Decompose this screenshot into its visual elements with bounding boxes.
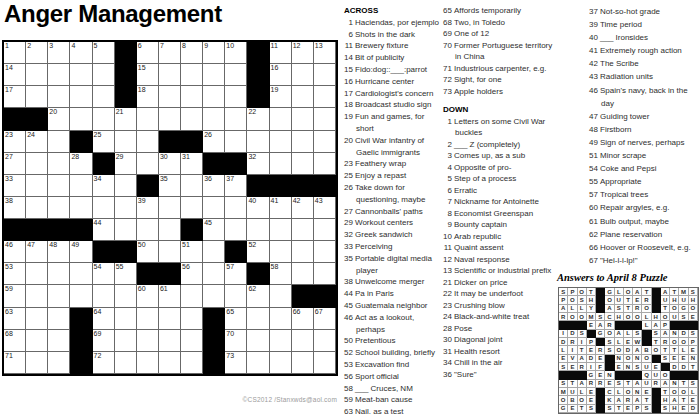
answer-cell: S (633, 363, 642, 371)
answer-cell: L (642, 313, 651, 321)
grid-cell[interactable] (48, 64, 70, 86)
answer-cell: D (689, 405, 698, 413)
answer-cell: L (642, 321, 651, 329)
answer-cell: N (670, 380, 679, 388)
grid-cell[interactable] (159, 108, 181, 130)
answer-cell: P (559, 296, 568, 304)
answer-cell: R (559, 313, 568, 321)
grid-cell[interactable] (181, 330, 203, 352)
grid-cell[interactable]: 44 (93, 219, 115, 241)
grid-cell[interactable] (137, 108, 159, 130)
grid-cell[interactable]: 24 (26, 131, 48, 153)
grid-cell[interactable] (159, 197, 181, 219)
clue-number: 22 (443, 288, 452, 300)
grid-cell[interactable] (48, 352, 70, 374)
grid-cell[interactable] (48, 285, 70, 307)
answer-cell: U (670, 313, 679, 321)
block-cell (26, 108, 48, 130)
clue-number: 12 (443, 254, 452, 266)
clue-number: 29 (344, 217, 353, 229)
block-cell (559, 321, 568, 329)
grid-cell[interactable]: 13 (314, 42, 336, 64)
grid-cell[interactable] (115, 352, 137, 374)
grid-cell[interactable] (26, 330, 48, 352)
answer-cell: O (679, 388, 688, 396)
cell-number: 24 (27, 131, 35, 139)
grid-cell[interactable] (225, 86, 247, 108)
grid-cell[interactable] (247, 352, 269, 374)
clue-item: 59Meat-ban cause (344, 394, 442, 406)
grid-cell[interactable] (70, 86, 92, 108)
grid-cell[interactable]: 20 (48, 108, 70, 130)
block-cell (292, 285, 314, 307)
grid-cell[interactable]: 26 (203, 131, 225, 153)
grid-cell[interactable] (137, 219, 159, 241)
grid-cell[interactable] (115, 308, 137, 330)
grid-cell[interactable]: 39 (137, 197, 159, 219)
clue-number: 4 (443, 162, 452, 174)
clue-number: 21 (443, 277, 452, 289)
grid-cell[interactable]: 48 (48, 241, 70, 263)
answer-cell: A (652, 321, 661, 329)
cell-number: 59 (5, 285, 13, 293)
grid-cell[interactable]: 1 (4, 42, 26, 64)
grid-cell[interactable] (70, 263, 92, 285)
clue-number: 54 (589, 162, 598, 175)
clue-number: 43 (589, 70, 598, 83)
answer-cell: S (605, 338, 614, 346)
grid-cell[interactable]: 55 (115, 263, 137, 285)
answer-cell: T (624, 296, 633, 304)
answer-cell: A (633, 380, 642, 388)
block-cell (596, 338, 605, 346)
answer-cell: E (568, 363, 577, 371)
grid-cell[interactable]: 73 (225, 352, 247, 374)
grid-cell[interactable] (270, 352, 292, 374)
block-cell (247, 263, 269, 285)
grid-cell[interactable] (159, 64, 181, 86)
grid-cell[interactable] (314, 108, 336, 130)
grid-cell[interactable]: 64 (93, 308, 115, 330)
grid-cell[interactable] (314, 330, 336, 352)
grid-cell[interactable]: 46 (4, 241, 26, 263)
clue-item: 54Coke and Pepsi (589, 162, 700, 175)
clue-number: 50 (344, 335, 353, 347)
grid-cell[interactable]: 56 (181, 263, 203, 285)
grid-cell[interactable] (270, 330, 292, 352)
cell-number: 58 (271, 263, 279, 271)
grid-cell[interactable] (314, 64, 336, 86)
answer-cell: G (596, 330, 605, 338)
grid-cell[interactable]: 14 (4, 64, 26, 86)
answer-cell: W (633, 338, 642, 346)
clue-number: 20 (344, 135, 353, 147)
grid-cell[interactable]: 43 (314, 197, 336, 219)
answer-cell: E (642, 388, 651, 396)
grid-cell[interactable] (48, 263, 70, 285)
grid-cell[interactable]: 51 (181, 241, 203, 263)
grid-cell[interactable]: 35 (159, 175, 181, 197)
grid-cell[interactable] (70, 285, 92, 307)
grid-cell[interactable] (225, 64, 247, 86)
answer-cell: O (615, 346, 624, 354)
grid-cell[interactable] (203, 64, 225, 86)
grid-cell[interactable]: 52 (247, 241, 269, 263)
grid-cell[interactable] (159, 86, 181, 108)
cell-number: 45 (204, 219, 212, 227)
grid-cell[interactable] (314, 352, 336, 374)
grid-cell[interactable] (26, 86, 48, 108)
grid-cell[interactable]: 67 (314, 308, 336, 330)
grid-cell[interactable] (203, 197, 225, 219)
grid-cell[interactable] (292, 153, 314, 175)
grid-cell[interactable]: 36 (203, 175, 225, 197)
grid-cell[interactable]: 45 (203, 219, 225, 241)
answer-cell: O (642, 305, 651, 313)
grid-cell[interactable] (203, 263, 225, 285)
grid-cell[interactable]: 72 (93, 352, 115, 374)
cell-number: 19 (271, 86, 279, 94)
answer-cell: S (578, 330, 587, 338)
grid-cell[interactable]: 17 (4, 86, 26, 108)
grid-cell[interactable]: 59 (4, 285, 26, 307)
grid-cell[interactable]: 38 (4, 197, 26, 219)
grid-cell[interactable]: 6 (137, 42, 159, 64)
clue-number: 65 (443, 5, 452, 17)
grid-cell[interactable] (181, 197, 203, 219)
across-clues-part1: 1Haciendas, por ejemplo6Shots in the dar… (344, 17, 442, 414)
grid-cell[interactable]: 31 (181, 153, 203, 175)
grid-cell[interactable] (26, 308, 48, 330)
grid-cell[interactable]: 28 (70, 153, 92, 175)
clue-number: 58 (344, 383, 353, 395)
grid-cell[interactable]: 23 (4, 131, 26, 153)
grid-cell[interactable] (159, 219, 181, 241)
grid-cell[interactable] (137, 131, 159, 153)
grid-cell[interactable]: 60 (137, 285, 159, 307)
grid-cell[interactable]: 34 (93, 175, 115, 197)
grid-cell[interactable] (270, 131, 292, 153)
grid-cell[interactable] (137, 352, 159, 374)
grid-cell[interactable]: 62 (247, 285, 269, 307)
cell-number: 30 (160, 153, 168, 161)
cell-number: 12 (293, 42, 301, 50)
grid-cell[interactable] (137, 153, 159, 175)
grid-cell[interactable] (203, 86, 225, 108)
grid-cell[interactable]: 27 (4, 153, 26, 175)
grid-cell[interactable] (93, 64, 115, 86)
grid-cell[interactable] (70, 64, 92, 86)
grid-cell[interactable]: 69 (93, 330, 115, 352)
grid-cell[interactable] (225, 131, 247, 153)
grid-cell[interactable] (159, 330, 181, 352)
grid-cell[interactable] (292, 86, 314, 108)
cell-number: 73 (226, 352, 234, 360)
grid-cell[interactable]: 71 (4, 352, 26, 374)
grid-cell[interactable] (159, 308, 181, 330)
answer-cell: R (568, 338, 577, 346)
clue-item: 24Black-and-white treat (443, 311, 553, 323)
grid-cell[interactable]: 57 (225, 263, 247, 285)
answer-cell: L (559, 346, 568, 354)
cell-number: 35 (160, 175, 168, 183)
block-cell (615, 371, 624, 379)
grid-cell[interactable]: 4 (70, 42, 92, 64)
grid-cell[interactable]: 18 (137, 86, 159, 108)
clue-item: 1Letters on some Civil War buckles (443, 116, 553, 139)
answer-cell: G (587, 371, 596, 379)
grid-cell[interactable] (48, 175, 70, 197)
grid-cell[interactable] (93, 86, 115, 108)
grid-cell[interactable] (247, 131, 269, 153)
block-cell (48, 219, 70, 241)
answer-cell: S (559, 363, 568, 371)
grid-cell[interactable] (115, 197, 137, 219)
grid-cell[interactable]: 42 (292, 197, 314, 219)
answer-cell: E (605, 380, 614, 388)
clue-number: 6 (443, 185, 452, 197)
grid-cell[interactable] (225, 285, 247, 307)
answer-cell: H (670, 296, 679, 304)
answer-cell: H (587, 296, 596, 304)
answer-cell: S (689, 330, 698, 338)
block-cell (181, 219, 203, 241)
grid-cell[interactable] (292, 352, 314, 374)
answer-cell: H (652, 313, 661, 321)
grid-cell[interactable]: 25 (93, 131, 115, 153)
clue-number: 72 (443, 74, 452, 86)
grid-cell[interactable]: 21 (115, 108, 137, 130)
cell-number: 6 (138, 42, 142, 50)
answer-cell: R (642, 296, 651, 304)
answer-cell: S (642, 405, 651, 413)
grid-cell[interactable] (181, 285, 203, 307)
grid-cell[interactable]: 10 (225, 42, 247, 64)
answer-cell: Y (587, 305, 596, 313)
clue-item: 53Excavation find (344, 359, 442, 371)
grid-cell[interactable] (270, 108, 292, 130)
answer-cell: R (578, 363, 587, 371)
grid-cell[interactable]: 70 (225, 330, 247, 352)
grid-cell[interactable] (26, 153, 48, 175)
grid-cell[interactable]: 41 (270, 197, 292, 219)
grid-cell[interactable] (203, 108, 225, 130)
clue-item: 36"Sure" (443, 369, 553, 381)
grid-cell[interactable]: 49 (70, 241, 92, 263)
grid-cell[interactable]: 47 (26, 241, 48, 263)
grid-cell[interactable] (247, 308, 269, 330)
grid-cell[interactable] (181, 86, 203, 108)
grid-cell[interactable] (203, 241, 225, 263)
grid-cell[interactable]: 33 (4, 175, 26, 197)
grid-cell[interactable] (314, 131, 336, 153)
clue-number: 39 (589, 18, 598, 31)
grid-cell[interactable] (115, 131, 137, 153)
grid-cell[interactable]: 12 (292, 42, 314, 64)
clue-item: 44Pa in Paris (344, 288, 442, 300)
answer-cell: T (568, 380, 577, 388)
grid-cell[interactable] (181, 352, 203, 374)
clue-item: 38Unwelcome merger (344, 276, 442, 288)
grid-cell[interactable]: 5 (93, 42, 115, 64)
grid-cell[interactable] (115, 219, 137, 241)
answer-cell: T (587, 288, 596, 296)
grid-cell[interactable]: 11 (270, 42, 292, 64)
grid-cell[interactable] (48, 153, 70, 175)
grid-cell[interactable]: 50 (137, 241, 159, 263)
grid-cell[interactable] (48, 86, 70, 108)
answer-cell: L (624, 330, 633, 338)
grid-cell[interactable]: 3 (48, 42, 70, 64)
grid-cell[interactable] (115, 285, 137, 307)
grid-cell[interactable]: 53 (4, 263, 26, 285)
block-cell (624, 321, 633, 329)
grid-cell[interactable] (314, 86, 336, 108)
answer-cell: H (689, 296, 698, 304)
grid-cell[interactable] (26, 263, 48, 285)
grid-cell[interactable] (115, 330, 137, 352)
grid-cell[interactable]: 54 (93, 263, 115, 285)
grid-cell[interactable] (48, 330, 70, 352)
clue-item: 12Naval response (443, 254, 553, 266)
grid-cell[interactable] (292, 131, 314, 153)
grid-cell[interactable] (93, 108, 115, 130)
grid-cell[interactable] (292, 108, 314, 130)
answer-cell: N (605, 371, 614, 379)
answer-cell: E (587, 346, 596, 354)
grid-cell[interactable] (314, 263, 336, 285)
cell-number: 46 (5, 241, 13, 249)
grid-cell[interactable] (225, 219, 247, 241)
grid-cell[interactable] (93, 197, 115, 219)
grid-cell[interactable] (26, 352, 48, 374)
grid-cell[interactable]: 32 (247, 153, 269, 175)
grid-cell[interactable] (270, 285, 292, 307)
grid-cell[interactable]: 63 (4, 308, 26, 330)
answer-cell: T (679, 380, 688, 388)
grid-cell[interactable] (247, 219, 269, 241)
clue-number: 69 (443, 28, 452, 40)
grid-cell[interactable] (48, 308, 70, 330)
grid-cell[interactable] (270, 308, 292, 330)
grid-cell[interactable] (247, 330, 269, 352)
grid-cell[interactable] (225, 197, 247, 219)
grid-cell[interactable]: 15 (137, 64, 159, 86)
grid-cell[interactable]: 8 (181, 42, 203, 64)
grid-cell[interactable]: 29 (115, 153, 137, 175)
grid-cell[interactable] (270, 219, 292, 241)
grid-cell[interactable]: 66 (292, 308, 314, 330)
grid-cell[interactable]: 30 (159, 153, 181, 175)
grid-cell[interactable]: 7 (159, 42, 181, 64)
cell-number: 13 (315, 42, 323, 50)
clue-item: 26Take down for questioning, maybe (344, 182, 442, 206)
clue-item: 62Plane reservation (589, 228, 700, 241)
grid-cell[interactable]: 65 (225, 308, 247, 330)
grid-cell[interactable] (225, 108, 247, 130)
grid-cell[interactable] (115, 175, 137, 197)
grid-cell[interactable] (70, 108, 92, 130)
grid-cell[interactable] (137, 330, 159, 352)
clue-item: 67"Hel-l-l-lp!" (589, 254, 700, 267)
grid-cell[interactable] (292, 241, 314, 263)
grid-cell[interactable] (181, 308, 203, 330)
cell-number: 44 (94, 219, 102, 227)
grid-cell[interactable] (26, 64, 48, 86)
clue-item: 50Pretentious (344, 335, 442, 347)
grid-cell[interactable] (181, 64, 203, 86)
clue-item: 9Bounty captain (443, 219, 553, 231)
grid-cell[interactable] (292, 219, 314, 241)
grid-cell[interactable]: 19 (270, 86, 292, 108)
answer-cell: M (559, 388, 568, 396)
grid-cell[interactable]: 68 (4, 330, 26, 352)
grid-cell[interactable]: 61 (159, 285, 181, 307)
answer-cell: N (624, 363, 633, 371)
grid-cell[interactable] (292, 263, 314, 285)
clue-item: 28Pose (443, 323, 553, 335)
grid-cell[interactable]: 40 (247, 197, 269, 219)
grid-cell[interactable]: 37 (225, 175, 247, 197)
grid-cell[interactable] (70, 197, 92, 219)
grid-cell[interactable]: 2 (26, 42, 48, 64)
grid-cell[interactable] (292, 330, 314, 352)
clue-number: 63 (344, 406, 353, 414)
answer-cell: O (661, 313, 670, 321)
answer-cell: L (578, 305, 587, 313)
grid-cell[interactable] (26, 197, 48, 219)
clue-number: 44 (344, 288, 353, 300)
grid-cell[interactable] (314, 219, 336, 241)
grid-cell[interactable] (26, 175, 48, 197)
grid-cell[interactable]: 9 (203, 42, 225, 64)
grid-cell[interactable] (159, 241, 181, 263)
answer-cell: H (615, 313, 624, 321)
grid-cell[interactable] (314, 153, 336, 175)
grid-cell[interactable] (93, 285, 115, 307)
answer-cell: S (689, 380, 698, 388)
clue-number: 60 (589, 201, 598, 214)
clue-number: 68 (443, 17, 452, 29)
grid-cell[interactable] (137, 308, 159, 330)
answer-cell: N (633, 355, 642, 363)
grid-cell[interactable] (26, 285, 48, 307)
grid-cell[interactable] (181, 108, 203, 130)
answer-cell: A (596, 321, 605, 329)
grid-cell[interactable] (70, 175, 92, 197)
grid-cell[interactable] (292, 64, 314, 86)
grid-cell[interactable]: 22 (247, 108, 269, 130)
clue-item: 27Cannonballs' paths (344, 206, 442, 218)
grid-cell[interactable] (270, 153, 292, 175)
answer-cell: D (670, 363, 679, 371)
grid-cell[interactable] (314, 241, 336, 263)
grid-cell[interactable]: 16 (270, 64, 292, 86)
grid-cell[interactable] (159, 352, 181, 374)
grid-cell[interactable] (270, 241, 292, 263)
clue-item: 11Quaint assent (443, 242, 553, 254)
clue-item: 43Radiation units (589, 70, 700, 83)
grid-cell[interactable] (48, 197, 70, 219)
grid-cell[interactable] (203, 285, 225, 307)
block-cell (652, 296, 661, 304)
block-cell (633, 321, 642, 329)
cell-number: 39 (138, 197, 146, 205)
grid-cell[interactable] (48, 131, 70, 153)
grid-cell[interactable] (181, 175, 203, 197)
clue-item: 30Diagonal joint (443, 334, 553, 346)
grid-cell[interactable]: 58 (270, 263, 292, 285)
